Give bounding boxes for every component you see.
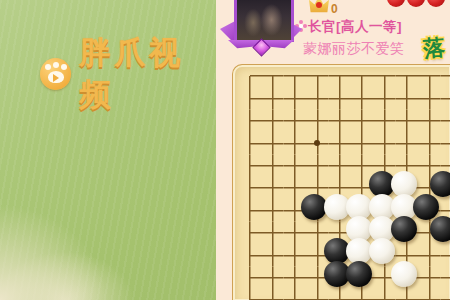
board-cell[interactable] xyxy=(239,65,261,87)
board-cell[interactable] xyxy=(261,199,283,221)
board-cell[interactable] xyxy=(306,222,328,244)
drop-stone-button[interactable]: 落 xyxy=(422,34,450,62)
board-cell[interactable] xyxy=(284,87,306,109)
board-cell[interactable] xyxy=(239,177,261,199)
board-cell[interactable] xyxy=(261,132,283,154)
black-stone[interactable] xyxy=(413,194,439,220)
board-cell[interactable] xyxy=(306,289,328,300)
board-cell[interactable] xyxy=(239,132,261,154)
play-triangle-icon xyxy=(53,74,59,82)
gomoku-board[interactable] xyxy=(232,64,450,300)
crown-jewel xyxy=(316,2,322,8)
board-cell[interactable] xyxy=(441,65,450,87)
black-stone[interactable] xyxy=(346,261,372,287)
board-cell[interactable] xyxy=(239,289,261,300)
board-cell[interactable] xyxy=(284,177,306,199)
board-cell[interactable] xyxy=(239,110,261,132)
board-cell[interactable] xyxy=(261,267,283,289)
board-cell[interactable] xyxy=(441,289,450,300)
board-cell[interactable] xyxy=(306,87,328,109)
board-cell[interactable] xyxy=(441,87,450,109)
star-point xyxy=(314,140,320,146)
board-cell[interactable] xyxy=(373,289,395,300)
board-cell[interactable] xyxy=(239,267,261,289)
avatar-photo xyxy=(234,0,294,42)
board-cell[interactable] xyxy=(373,110,395,132)
player-avatar[interactable] xyxy=(220,0,302,66)
board-cell[interactable] xyxy=(418,87,440,109)
board-cell[interactable] xyxy=(239,155,261,177)
board-cell[interactable] xyxy=(329,87,351,109)
black-stone[interactable] xyxy=(430,171,450,197)
board-cell[interactable] xyxy=(284,267,306,289)
board-cell[interactable] xyxy=(441,267,450,289)
board-cell[interactable] xyxy=(329,110,351,132)
board-cell[interactable] xyxy=(351,65,373,87)
board-cell[interactable] xyxy=(261,289,283,300)
board-cell[interactable] xyxy=(284,132,306,154)
white-stone[interactable] xyxy=(369,238,395,264)
board-cell[interactable] xyxy=(284,244,306,266)
board-cell[interactable] xyxy=(239,199,261,221)
board-cell[interactable] xyxy=(351,267,373,289)
board-cell[interactable] xyxy=(239,244,261,266)
board-cell[interactable] xyxy=(396,65,418,87)
board-cell[interactable] xyxy=(284,65,306,87)
board-cell[interactable] xyxy=(284,155,306,177)
board-cell[interactable] xyxy=(261,155,283,177)
board-cell[interactable] xyxy=(284,289,306,300)
board-cell[interactable] xyxy=(396,289,418,300)
board-cell[interactable] xyxy=(373,65,395,87)
board-cell[interactable] xyxy=(396,110,418,132)
board-cell[interactable] xyxy=(306,132,328,154)
board-cell[interactable] xyxy=(329,289,351,300)
watermark-brand-text: 胖爪视频 xyxy=(79,32,216,116)
board-cell[interactable] xyxy=(396,87,418,109)
paw-play-icon xyxy=(40,58,71,90)
board-cell[interactable] xyxy=(373,87,395,109)
board-cell[interactable] xyxy=(261,110,283,132)
board-cell[interactable] xyxy=(351,289,373,300)
watermark: 胖爪视频 xyxy=(40,32,216,116)
streak-count: 0 xyxy=(331,2,338,16)
board-cell[interactable] xyxy=(418,267,440,289)
board-cell[interactable] xyxy=(329,155,351,177)
board-cell[interactable] xyxy=(373,132,395,154)
board-cell[interactable] xyxy=(351,155,373,177)
board-cell[interactable] xyxy=(418,132,440,154)
black-stone[interactable] xyxy=(391,216,417,242)
board-grid xyxy=(239,65,450,300)
board-cell[interactable] xyxy=(373,244,395,266)
board-cell[interactable] xyxy=(351,132,373,154)
board-cell[interactable] xyxy=(261,222,283,244)
white-stone[interactable] xyxy=(391,261,417,287)
paw-toe xyxy=(61,64,67,70)
board-cell[interactable] xyxy=(284,110,306,132)
board-cell[interactable] xyxy=(441,132,450,154)
board-cell[interactable] xyxy=(441,110,450,132)
paw-toe xyxy=(45,64,51,70)
board-cell[interactable] xyxy=(239,222,261,244)
paw-toe xyxy=(53,62,59,68)
board-cell[interactable] xyxy=(418,65,440,87)
player-name: 蒙娜丽莎不爱笑 xyxy=(303,40,405,58)
board-cell[interactable] xyxy=(441,177,450,199)
board-cell[interactable] xyxy=(351,110,373,132)
board-cell[interactable] xyxy=(261,177,283,199)
board-cell[interactable] xyxy=(418,289,440,300)
board-cell[interactable] xyxy=(396,132,418,154)
board-cell[interactable] xyxy=(396,267,418,289)
board-cell[interactable] xyxy=(239,87,261,109)
board-cell[interactable] xyxy=(261,87,283,109)
board-cell[interactable] xyxy=(351,87,373,109)
board-cell[interactable] xyxy=(306,110,328,132)
board-cell[interactable] xyxy=(396,222,418,244)
board-cell[interactable] xyxy=(261,244,283,266)
board-cell[interactable] xyxy=(329,132,351,154)
board-cell[interactable] xyxy=(306,155,328,177)
board-cell[interactable] xyxy=(441,222,450,244)
board-cell[interactable] xyxy=(418,110,440,132)
board-cell[interactable] xyxy=(418,244,440,266)
board-cell[interactable] xyxy=(261,65,283,87)
board-cell[interactable] xyxy=(329,65,351,87)
left-green-background: 胖爪视频 xyxy=(0,0,216,300)
board-cell[interactable] xyxy=(284,222,306,244)
black-stone[interactable] xyxy=(430,216,450,242)
player-title: 长官[高人一等] xyxy=(308,18,402,36)
game-screen: 胖爪视频 0 长官[高人一等] 蒙娜丽莎不爱笑 落 xyxy=(0,0,450,300)
board-cell[interactable] xyxy=(306,65,328,87)
board-cell[interactable] xyxy=(441,244,450,266)
